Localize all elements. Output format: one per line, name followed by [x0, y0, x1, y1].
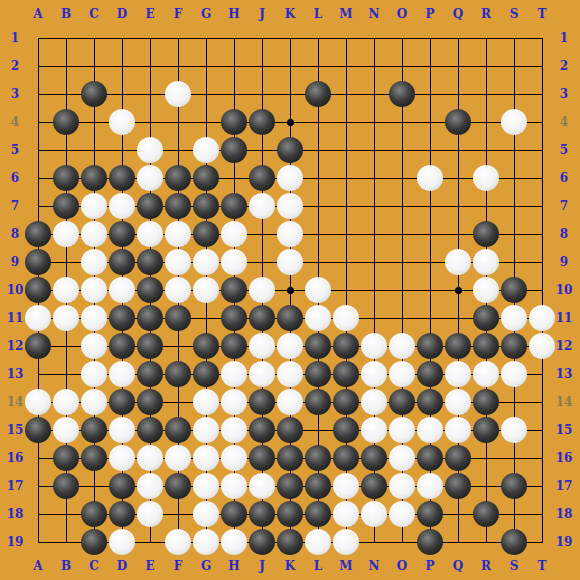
stone-white-M11[interactable]: [333, 305, 359, 331]
col-label-bottom-K: K: [280, 558, 300, 574]
stone-white-C14[interactable]: [81, 389, 107, 415]
stone-white-N14[interactable]: [361, 389, 387, 415]
col-label-top-P: P: [420, 6, 440, 22]
stone-white-K9[interactable]: [277, 249, 303, 275]
stone-white-O15[interactable]: [389, 417, 415, 443]
row-label-left-11: 11: [2, 310, 28, 326]
stone-black-P18[interactable]: [417, 501, 443, 527]
stone-white-K7[interactable]: [277, 193, 303, 219]
stone-white-J10[interactable]: [249, 277, 275, 303]
row-label-left-14: 14: [2, 394, 28, 410]
stone-white-G10[interactable]: [193, 277, 219, 303]
row-label-right-8: 8: [551, 226, 577, 242]
stone-black-A15[interactable]: [25, 417, 51, 443]
row-label-right-4: 4: [551, 114, 577, 130]
stone-black-E7[interactable]: [137, 193, 163, 219]
stone-white-N18[interactable]: [361, 501, 387, 527]
stone-white-S4[interactable]: [501, 109, 527, 135]
stone-white-J12[interactable]: [249, 333, 275, 359]
col-label-bottom-Q: Q: [448, 558, 468, 574]
stone-white-N15[interactable]: [361, 417, 387, 443]
col-label-top-N: N: [364, 6, 384, 22]
stone-white-J17[interactable]: [249, 473, 275, 499]
stone-black-N17[interactable]: [361, 473, 387, 499]
stone-white-Q9[interactable]: [445, 249, 471, 275]
col-label-top-D: D: [112, 6, 132, 22]
stone-black-R8[interactable]: [473, 221, 499, 247]
stone-white-C9[interactable]: [81, 249, 107, 275]
col-label-top-B: B: [56, 6, 76, 22]
row-label-left-18: 18: [2, 506, 28, 522]
col-label-bottom-G: G: [196, 558, 216, 574]
stone-black-P16[interactable]: [417, 445, 443, 471]
stone-black-J14[interactable]: [249, 389, 275, 415]
stone-black-S17[interactable]: [501, 473, 527, 499]
row-label-right-18: 18: [551, 506, 577, 522]
stone-white-P6[interactable]: [417, 165, 443, 191]
stone-black-M16[interactable]: [333, 445, 359, 471]
col-label-top-J: J: [252, 6, 272, 22]
row-label-left-16: 16: [2, 450, 28, 466]
stone-white-F3[interactable]: [165, 81, 191, 107]
col-label-top-H: H: [224, 6, 244, 22]
stone-black-G7[interactable]: [193, 193, 219, 219]
stone-black-K16[interactable]: [277, 445, 303, 471]
row-label-left-9: 9: [2, 254, 28, 270]
stone-black-Q16[interactable]: [445, 445, 471, 471]
stone-black-C6[interactable]: [81, 165, 107, 191]
star-point-K10: [287, 287, 294, 294]
stone-white-N12[interactable]: [361, 333, 387, 359]
stone-black-E11[interactable]: [137, 305, 163, 331]
stone-white-K8[interactable]: [277, 221, 303, 247]
stone-black-G13[interactable]: [193, 361, 219, 387]
stone-black-L16[interactable]: [305, 445, 331, 471]
row-label-left-12: 12: [2, 338, 28, 354]
stone-black-C16[interactable]: [81, 445, 107, 471]
stone-black-J18[interactable]: [249, 501, 275, 527]
stone-black-P12[interactable]: [417, 333, 443, 359]
stone-white-G14[interactable]: [193, 389, 219, 415]
col-label-bottom-N: N: [364, 558, 384, 574]
stone-black-F13[interactable]: [165, 361, 191, 387]
stone-white-K12[interactable]: [277, 333, 303, 359]
col-label-bottom-J: J: [252, 558, 272, 574]
stone-black-O3[interactable]: [389, 81, 415, 107]
stone-black-L18[interactable]: [305, 501, 331, 527]
stone-black-S10[interactable]: [501, 277, 527, 303]
stone-white-G15[interactable]: [193, 417, 219, 443]
row-label-right-11: 11: [551, 310, 577, 326]
stone-black-B16[interactable]: [53, 445, 79, 471]
stone-black-M14[interactable]: [333, 389, 359, 415]
stone-white-R13[interactable]: [473, 361, 499, 387]
row-label-left-3: 3: [2, 86, 28, 102]
stone-white-E5[interactable]: [137, 137, 163, 163]
row-label-left-8: 8: [2, 226, 28, 242]
stone-white-N13[interactable]: [361, 361, 387, 387]
stone-black-K15[interactable]: [277, 417, 303, 443]
stone-black-E15[interactable]: [137, 417, 163, 443]
col-label-bottom-P: P: [420, 558, 440, 574]
stone-black-H10[interactable]: [221, 277, 247, 303]
stone-black-L14[interactable]: [305, 389, 331, 415]
row-label-right-2: 2: [551, 58, 577, 74]
stone-white-J13[interactable]: [249, 361, 275, 387]
stone-black-J11[interactable]: [249, 305, 275, 331]
row-label-right-1: 1: [551, 30, 577, 46]
row-label-left-13: 13: [2, 366, 28, 382]
stone-black-E14[interactable]: [137, 389, 163, 415]
stone-black-D9[interactable]: [109, 249, 135, 275]
stone-black-H7[interactable]: [221, 193, 247, 219]
stone-black-M13[interactable]: [333, 361, 359, 387]
col-label-bottom-C: C: [84, 558, 104, 574]
row-label-left-7: 7: [2, 198, 28, 214]
star-point-K4: [287, 119, 294, 126]
stone-white-R6[interactable]: [473, 165, 499, 191]
stone-black-E13[interactable]: [137, 361, 163, 387]
stone-white-E17[interactable]: [137, 473, 163, 499]
stone-black-Q17[interactable]: [445, 473, 471, 499]
col-label-top-E: E: [140, 6, 160, 22]
col-label-bottom-T: T: [532, 558, 552, 574]
stone-black-D12[interactable]: [109, 333, 135, 359]
stone-white-M19[interactable]: [333, 529, 359, 555]
stone-white-C7[interactable]: [81, 193, 107, 219]
stone-black-G6[interactable]: [193, 165, 219, 191]
row-label-right-19: 19: [551, 534, 577, 550]
row-label-right-15: 15: [551, 422, 577, 438]
stone-white-Q13[interactable]: [445, 361, 471, 387]
col-label-top-M: M: [336, 6, 356, 22]
stone-white-L10[interactable]: [305, 277, 331, 303]
stone-white-C10[interactable]: [81, 277, 107, 303]
stone-white-O13[interactable]: [389, 361, 415, 387]
stone-white-B14[interactable]: [53, 389, 79, 415]
stone-black-J6[interactable]: [249, 165, 275, 191]
stone-black-D8[interactable]: [109, 221, 135, 247]
stone-white-D10[interactable]: [109, 277, 135, 303]
stone-white-H17[interactable]: [221, 473, 247, 499]
row-label-left-2: 2: [2, 58, 28, 74]
stone-black-D14[interactable]: [109, 389, 135, 415]
stone-white-P17[interactable]: [417, 473, 443, 499]
stone-white-K6[interactable]: [277, 165, 303, 191]
stone-white-G17[interactable]: [193, 473, 219, 499]
stone-white-F19[interactable]: [165, 529, 191, 555]
stone-white-O16[interactable]: [389, 445, 415, 471]
row-label-left-19: 19: [2, 534, 28, 550]
stone-black-H11[interactable]: [221, 305, 247, 331]
go-board[interactable]: AABBCCDDEEFFGGHHJJKKLLMMNNOOPPQQRRSSTT11…: [0, 0, 580, 580]
stone-white-D4[interactable]: [109, 109, 135, 135]
col-label-top-C: C: [84, 6, 104, 22]
stone-black-A12[interactable]: [25, 333, 51, 359]
stone-white-O12[interactable]: [389, 333, 415, 359]
stone-black-R11[interactable]: [473, 305, 499, 331]
col-label-bottom-H: H: [224, 558, 244, 574]
stone-white-S13[interactable]: [501, 361, 527, 387]
stone-black-N16[interactable]: [361, 445, 387, 471]
stone-black-K17[interactable]: [277, 473, 303, 499]
stone-black-K19[interactable]: [277, 529, 303, 555]
stone-black-K5[interactable]: [277, 137, 303, 163]
stone-white-Q15[interactable]: [445, 417, 471, 443]
stone-white-C11[interactable]: [81, 305, 107, 331]
stone-black-A10[interactable]: [25, 277, 51, 303]
stone-white-F9[interactable]: [165, 249, 191, 275]
row-label-right-17: 17: [551, 478, 577, 494]
stone-white-H19[interactable]: [221, 529, 247, 555]
stone-black-L13[interactable]: [305, 361, 331, 387]
col-label-bottom-E: E: [140, 558, 160, 574]
stone-white-H9[interactable]: [221, 249, 247, 275]
row-label-left-17: 17: [2, 478, 28, 494]
stone-black-K18[interactable]: [277, 501, 303, 527]
stone-black-O14[interactable]: [389, 389, 415, 415]
stone-white-G18[interactable]: [193, 501, 219, 527]
stone-black-M12[interactable]: [333, 333, 359, 359]
stone-white-E16[interactable]: [137, 445, 163, 471]
stone-white-P15[interactable]: [417, 417, 443, 443]
stone-black-G8[interactable]: [193, 221, 219, 247]
stone-black-E10[interactable]: [137, 277, 163, 303]
stone-white-H16[interactable]: [221, 445, 247, 471]
stone-black-S19[interactable]: [501, 529, 527, 555]
col-label-bottom-D: D: [112, 558, 132, 574]
col-label-top-S: S: [504, 6, 524, 22]
stone-white-K13[interactable]: [277, 361, 303, 387]
col-label-top-F: F: [168, 6, 188, 22]
stone-white-B11[interactable]: [53, 305, 79, 331]
stone-black-C19[interactable]: [81, 529, 107, 555]
stone-white-G16[interactable]: [193, 445, 219, 471]
stone-black-F6[interactable]: [165, 165, 191, 191]
stone-black-P13[interactable]: [417, 361, 443, 387]
stone-white-E6[interactable]: [137, 165, 163, 191]
stone-black-L17[interactable]: [305, 473, 331, 499]
stone-white-J7[interactable]: [249, 193, 275, 219]
stone-white-E18[interactable]: [137, 501, 163, 527]
col-label-top-G: G: [196, 6, 216, 22]
stone-white-S11[interactable]: [501, 305, 527, 331]
stone-black-P14[interactable]: [417, 389, 443, 415]
stone-white-C13[interactable]: [81, 361, 107, 387]
stone-white-D15[interactable]: [109, 417, 135, 443]
stone-black-F15[interactable]: [165, 417, 191, 443]
stone-black-H18[interactable]: [221, 501, 247, 527]
row-label-right-7: 7: [551, 198, 577, 214]
stone-black-R18[interactable]: [473, 501, 499, 527]
stone-black-S12[interactable]: [501, 333, 527, 359]
stone-white-F16[interactable]: [165, 445, 191, 471]
col-label-bottom-S: S: [504, 558, 524, 574]
stone-black-C3[interactable]: [81, 81, 107, 107]
stone-white-O18[interactable]: [389, 501, 415, 527]
stone-black-E12[interactable]: [137, 333, 163, 359]
row-label-right-16: 16: [551, 450, 577, 466]
stone-black-F11[interactable]: [165, 305, 191, 331]
stone-white-G5[interactable]: [193, 137, 219, 163]
stone-white-L19[interactable]: [305, 529, 331, 555]
stone-white-S15[interactable]: [501, 417, 527, 443]
stone-black-D17[interactable]: [109, 473, 135, 499]
stone-white-H14[interactable]: [221, 389, 247, 415]
stone-black-C15[interactable]: [81, 417, 107, 443]
row-label-right-14: 14: [551, 394, 577, 410]
stone-white-G19[interactable]: [193, 529, 219, 555]
col-label-bottom-O: O: [392, 558, 412, 574]
stone-black-F17[interactable]: [165, 473, 191, 499]
stone-white-H13[interactable]: [221, 361, 247, 387]
stone-white-R10[interactable]: [473, 277, 499, 303]
stone-white-M18[interactable]: [333, 501, 359, 527]
stone-white-B15[interactable]: [53, 417, 79, 443]
stone-black-P19[interactable]: [417, 529, 443, 555]
star-point-Q10: [455, 287, 462, 294]
stone-white-C12[interactable]: [81, 333, 107, 359]
stone-white-O17[interactable]: [389, 473, 415, 499]
col-label-bottom-A: A: [28, 558, 48, 574]
col-label-bottom-M: M: [336, 558, 356, 574]
stone-white-Q14[interactable]: [445, 389, 471, 415]
stone-white-H8[interactable]: [221, 221, 247, 247]
col-label-bottom-F: F: [168, 558, 188, 574]
stone-white-D19[interactable]: [109, 529, 135, 555]
row-label-right-3: 3: [551, 86, 577, 102]
stone-black-C18[interactable]: [81, 501, 107, 527]
stone-black-R15[interactable]: [473, 417, 499, 443]
col-label-top-T: T: [532, 6, 552, 22]
row-label-right-9: 9: [551, 254, 577, 270]
stone-white-D16[interactable]: [109, 445, 135, 471]
row-label-left-1: 1: [2, 30, 28, 46]
row-label-left-5: 5: [2, 142, 28, 158]
stone-white-E8[interactable]: [137, 221, 163, 247]
stone-white-D13[interactable]: [109, 361, 135, 387]
col-label-top-A: A: [28, 6, 48, 22]
stone-black-J19[interactable]: [249, 529, 275, 555]
stone-black-B6[interactable]: [53, 165, 79, 191]
stone-white-F8[interactable]: [165, 221, 191, 247]
stone-white-H15[interactable]: [221, 417, 247, 443]
stone-white-L11[interactable]: [305, 305, 331, 331]
stone-black-R12[interactable]: [473, 333, 499, 359]
stone-black-B17[interactable]: [53, 473, 79, 499]
col-label-top-K: K: [280, 6, 300, 22]
stone-black-J4[interactable]: [249, 109, 275, 135]
stone-black-E9[interactable]: [137, 249, 163, 275]
row-label-left-10: 10: [2, 282, 28, 298]
stone-black-H4[interactable]: [221, 109, 247, 135]
stone-black-D18[interactable]: [109, 501, 135, 527]
col-label-bottom-L: L: [308, 558, 328, 574]
stone-black-H12[interactable]: [221, 333, 247, 359]
stone-white-G9[interactable]: [193, 249, 219, 275]
row-label-left-4: 4: [2, 114, 28, 130]
stone-black-Q12[interactable]: [445, 333, 471, 359]
row-label-right-10: 10: [551, 282, 577, 298]
row-label-right-5: 5: [551, 142, 577, 158]
stone-black-K11[interactable]: [277, 305, 303, 331]
stone-white-F10[interactable]: [165, 277, 191, 303]
stone-white-B8[interactable]: [53, 221, 79, 247]
stone-black-F7[interactable]: [165, 193, 191, 219]
stone-white-R9[interactable]: [473, 249, 499, 275]
stone-black-B4[interactable]: [53, 109, 79, 135]
stone-black-Q4[interactable]: [445, 109, 471, 135]
row-label-right-6: 6: [551, 170, 577, 186]
stone-black-A8[interactable]: [25, 221, 51, 247]
stone-black-L3[interactable]: [305, 81, 331, 107]
col-label-top-Q: Q: [448, 6, 468, 22]
col-label-bottom-R: R: [476, 558, 496, 574]
col-label-top-R: R: [476, 6, 496, 22]
stone-black-H5[interactable]: [221, 137, 247, 163]
stone-black-L12[interactable]: [305, 333, 331, 359]
stone-white-M17[interactable]: [333, 473, 359, 499]
row-label-left-6: 6: [2, 170, 28, 186]
col-label-top-O: O: [392, 6, 412, 22]
stone-black-J16[interactable]: [249, 445, 275, 471]
stone-white-K14[interactable]: [277, 389, 303, 415]
stone-black-D11[interactable]: [109, 305, 135, 331]
stone-black-M15[interactable]: [333, 417, 359, 443]
col-label-top-L: L: [308, 6, 328, 22]
stone-black-A9[interactable]: [25, 249, 51, 275]
row-label-right-13: 13: [551, 366, 577, 382]
stone-black-D6[interactable]: [109, 165, 135, 191]
stone-white-C8[interactable]: [81, 221, 107, 247]
stone-black-J15[interactable]: [249, 417, 275, 443]
col-label-bottom-B: B: [56, 558, 76, 574]
stone-black-B7[interactable]: [53, 193, 79, 219]
stone-white-A14[interactable]: [25, 389, 51, 415]
row-label-left-15: 15: [2, 422, 28, 438]
stone-white-B10[interactable]: [53, 277, 79, 303]
stone-white-A11[interactable]: [25, 305, 51, 331]
stone-black-G12[interactable]: [193, 333, 219, 359]
row-label-right-12: 12: [551, 338, 577, 354]
stone-black-R14[interactable]: [473, 389, 499, 415]
stone-white-D7[interactable]: [109, 193, 135, 219]
